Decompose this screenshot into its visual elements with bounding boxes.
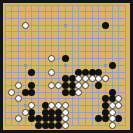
white-stone (82, 82, 89, 89)
grid-line-vertical (98, 5, 99, 127)
black-stone (109, 62, 116, 69)
grid-line-horizontal (5, 72, 127, 73)
black-stone (102, 102, 109, 109)
white-stone (8, 89, 15, 96)
black-stone (62, 82, 69, 89)
star-point (64, 64, 67, 67)
white-stone (55, 82, 62, 89)
star-point (24, 64, 27, 67)
white-stone (109, 122, 116, 129)
black-stone (62, 89, 69, 96)
white-stone (62, 122, 69, 129)
go-board[interactable] (0, 0, 133, 133)
star-point (64, 24, 67, 27)
white-stone (22, 22, 29, 29)
black-stone (28, 69, 35, 76)
white-stone (22, 109, 29, 116)
grid-line-vertical (78, 5, 79, 127)
grid-line-vertical (92, 5, 93, 127)
white-stone (48, 69, 55, 76)
black-stone (62, 55, 69, 62)
white-stone (62, 102, 69, 109)
black-stone (102, 22, 109, 29)
white-stone (75, 89, 82, 96)
grid-line-vertical (125, 5, 126, 127)
grid-line-vertical (85, 5, 86, 127)
star-point (24, 104, 27, 107)
grid-line-vertical (72, 5, 73, 127)
black-stone (28, 89, 35, 96)
star-point (104, 64, 107, 67)
white-stone (15, 82, 22, 89)
